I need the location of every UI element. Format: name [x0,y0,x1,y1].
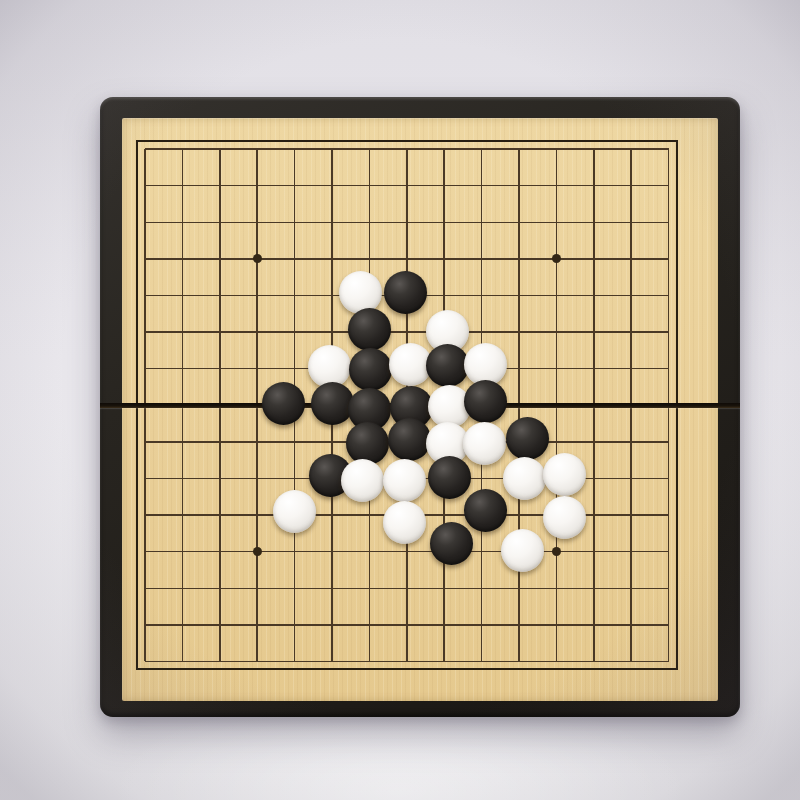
stone-white[interactable] [501,529,544,572]
stones-layer [100,97,740,717]
stone-black[interactable] [262,382,305,425]
stone-black[interactable] [506,417,549,460]
stone-white[interactable] [383,501,426,544]
stone-white[interactable] [503,457,546,500]
stone-black[interactable] [349,348,392,391]
stone-black[interactable] [384,271,427,314]
stone-black[interactable] [388,418,431,461]
stone-black[interactable] [426,344,469,387]
stone-white[interactable] [543,496,586,539]
stone-black[interactable] [348,308,391,351]
stone-white[interactable] [341,459,384,502]
stone-black[interactable] [464,489,507,532]
stone-white[interactable] [273,490,316,533]
stone-white[interactable] [463,422,506,465]
photo-background [0,0,800,800]
stone-black[interactable] [464,380,507,423]
stone-white[interactable] [543,453,586,496]
stone-black[interactable] [311,382,354,425]
stone-white[interactable] [339,271,382,314]
stone-black[interactable] [430,522,473,565]
go-board-frame [100,97,740,717]
stone-white[interactable] [383,459,426,502]
stone-black[interactable] [428,456,471,499]
